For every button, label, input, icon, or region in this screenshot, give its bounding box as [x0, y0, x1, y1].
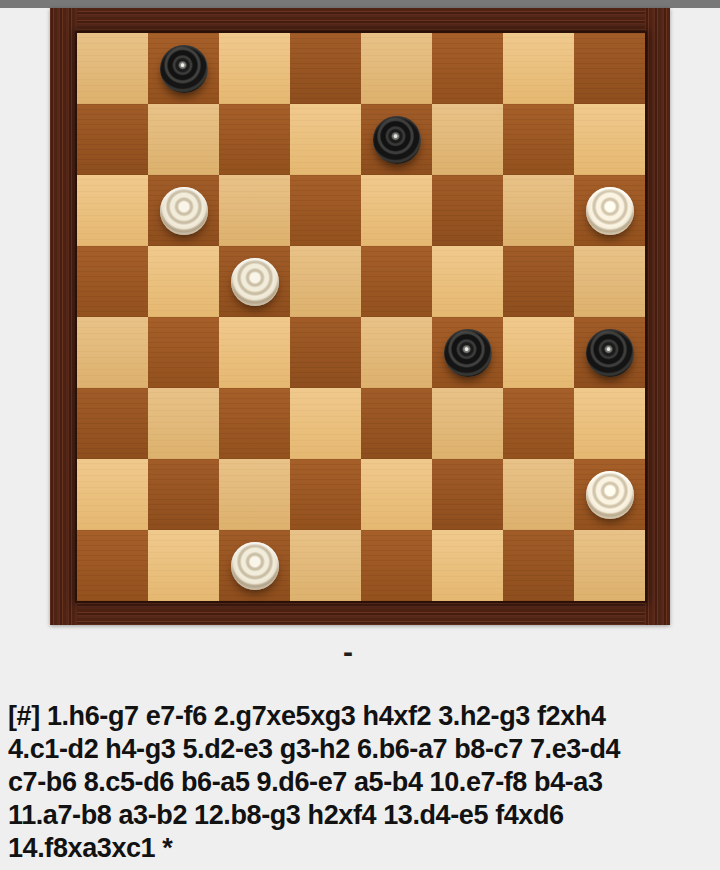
board-frame-bottom: [50, 601, 670, 625]
board-frame-right: [645, 8, 670, 625]
square-h2[interactable]: ⛀: [574, 459, 645, 530]
square-c6[interactable]: [219, 175, 290, 246]
square-c5[interactable]: ⛀: [219, 246, 290, 317]
move-list: [#] 1.h6-g7 e7-f6 2.g7xe5xg3 h4xf2 3.h2-…: [0, 700, 720, 865]
square-b1[interactable]: [148, 530, 219, 601]
square-b6[interactable]: ⛀: [148, 175, 219, 246]
square-e4[interactable]: [361, 317, 432, 388]
square-g2[interactable]: [503, 459, 574, 530]
square-e7[interactable]: ⛂: [361, 104, 432, 175]
square-e8[interactable]: [361, 33, 432, 104]
checker-black-man-b8[interactable]: ⛂: [160, 45, 208, 93]
square-b8[interactable]: ⛂: [148, 33, 219, 104]
square-a4[interactable]: [77, 317, 148, 388]
square-d4[interactable]: [290, 317, 361, 388]
square-d3[interactable]: [290, 388, 361, 459]
square-g5[interactable]: [503, 246, 574, 317]
move-line: 4.c1-d2 h4-g3 5.d2-e3 g3-h2 6.b6-a7 b8-c…: [8, 733, 720, 766]
square-b3[interactable]: [148, 388, 219, 459]
square-g1[interactable]: [503, 530, 574, 601]
square-a2[interactable]: [77, 459, 148, 530]
square-h8[interactable]: [574, 33, 645, 104]
square-d1[interactable]: [290, 530, 361, 601]
square-b7[interactable]: [148, 104, 219, 175]
square-f4[interactable]: ⛂: [432, 317, 503, 388]
square-h1[interactable]: [574, 530, 645, 601]
status-bar: [0, 0, 720, 8]
square-g7[interactable]: [503, 104, 574, 175]
square-c1[interactable]: ⛀: [219, 530, 290, 601]
square-a7[interactable]: [77, 104, 148, 175]
square-b5[interactable]: [148, 246, 219, 317]
square-f8[interactable]: [432, 33, 503, 104]
square-d7[interactable]: [290, 104, 361, 175]
square-f6[interactable]: [432, 175, 503, 246]
square-d2[interactable]: [290, 459, 361, 530]
checker-white-man-h6[interactable]: ⛀: [586, 187, 634, 235]
square-c8[interactable]: [219, 33, 290, 104]
square-h3[interactable]: [574, 388, 645, 459]
square-c7[interactable]: [219, 104, 290, 175]
square-h7[interactable]: [574, 104, 645, 175]
square-b2[interactable]: [148, 459, 219, 530]
square-g8[interactable]: [503, 33, 574, 104]
square-a6[interactable]: [77, 175, 148, 246]
square-g6[interactable]: [503, 175, 574, 246]
square-a5[interactable]: [77, 246, 148, 317]
board-grid: ⛂⛂⛀⛀⛀⛂⛂⛀⛀: [77, 33, 645, 601]
square-f1[interactable]: [432, 530, 503, 601]
move-line: 14.f8xa3xc1 *: [8, 832, 720, 865]
square-g4[interactable]: [503, 317, 574, 388]
square-c4[interactable]: [219, 317, 290, 388]
board-frame-left: [50, 8, 77, 625]
square-f5[interactable]: [432, 246, 503, 317]
result-caption: -: [0, 633, 708, 673]
square-f3[interactable]: [432, 388, 503, 459]
square-c3[interactable]: [219, 388, 290, 459]
square-e6[interactable]: [361, 175, 432, 246]
move-line: c7-b6 8.c5-d6 b6-a5 9.d6-e7 a5-b4 10.e7-…: [8, 766, 720, 799]
checker-white-man-c1[interactable]: ⛀: [231, 542, 279, 590]
square-g3[interactable]: [503, 388, 574, 459]
square-h6[interactable]: ⛀: [574, 175, 645, 246]
square-f2[interactable]: [432, 459, 503, 530]
square-d8[interactable]: [290, 33, 361, 104]
move-line: 11.a7-b8 a3-b2 12.b8-g3 h2xf4 13.d4-e5 f…: [8, 799, 720, 832]
square-d6[interactable]: [290, 175, 361, 246]
square-c2[interactable]: [219, 459, 290, 530]
checker-white-man-h2[interactable]: ⛀: [586, 471, 634, 519]
checker-black-man-f4[interactable]: ⛂: [444, 329, 492, 377]
square-e1[interactable]: [361, 530, 432, 601]
square-e2[interactable]: [361, 459, 432, 530]
square-e5[interactable]: [361, 246, 432, 317]
move-line: [#] 1.h6-g7 e7-f6 2.g7xe5xg3 h4xf2 3.h2-…: [8, 700, 720, 733]
square-a1[interactable]: [77, 530, 148, 601]
checker-black-man-e7[interactable]: ⛂: [373, 116, 421, 164]
square-b4[interactable]: [148, 317, 219, 388]
square-h5[interactable]: [574, 246, 645, 317]
checkers-board: ⛂⛂⛀⛀⛀⛂⛂⛀⛀: [50, 8, 670, 625]
square-e3[interactable]: [361, 388, 432, 459]
square-h4[interactable]: ⛂: [574, 317, 645, 388]
board-frame-top: [50, 8, 670, 33]
checker-white-man-b6[interactable]: ⛀: [160, 187, 208, 235]
square-a3[interactable]: [77, 388, 148, 459]
square-d5[interactable]: [290, 246, 361, 317]
square-f7[interactable]: [432, 104, 503, 175]
checker-white-man-c5[interactable]: ⛀: [231, 258, 279, 306]
checker-black-man-h4[interactable]: ⛂: [586, 329, 634, 377]
square-a8[interactable]: [77, 33, 148, 104]
